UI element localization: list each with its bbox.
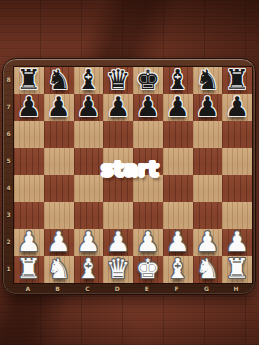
piece-white-rook[interactable]: ♜ bbox=[225, 255, 249, 282]
square-b7[interactable]: ♟ bbox=[44, 94, 74, 121]
square-d2[interactable]: ♟ bbox=[103, 229, 133, 256]
square-a3[interactable] bbox=[14, 202, 44, 229]
piece-black-knight[interactable]: ♞ bbox=[47, 66, 71, 93]
piece-black-rook[interactable]: ♜ bbox=[17, 66, 41, 93]
square-c6[interactable] bbox=[74, 121, 104, 148]
square-a7[interactable]: ♟ bbox=[14, 94, 44, 121]
piece-white-knight[interactable]: ♞ bbox=[47, 255, 71, 282]
square-e8[interactable]: ♚ bbox=[133, 67, 163, 94]
square-g8[interactable]: ♞ bbox=[193, 67, 223, 94]
square-c1[interactable]: ♝ bbox=[74, 256, 104, 283]
square-g1[interactable]: ♞ bbox=[193, 256, 223, 283]
square-c8[interactable]: ♝ bbox=[74, 67, 104, 94]
piece-white-pawn[interactable]: ♟ bbox=[225, 228, 249, 255]
piece-black-king[interactable]: ♚ bbox=[136, 66, 160, 93]
file-label-d: D bbox=[102, 282, 132, 295]
piece-white-pawn[interactable]: ♟ bbox=[17, 228, 41, 255]
piece-white-pawn[interactable]: ♟ bbox=[166, 228, 190, 255]
piece-white-knight[interactable]: ♞ bbox=[195, 255, 219, 282]
square-e7[interactable]: ♟ bbox=[133, 94, 163, 121]
square-h6[interactable] bbox=[222, 121, 252, 148]
piece-white-bishop[interactable]: ♝ bbox=[166, 255, 190, 282]
square-e6[interactable] bbox=[133, 121, 163, 148]
square-f6[interactable] bbox=[163, 121, 193, 148]
square-h1[interactable]: ♜ bbox=[222, 256, 252, 283]
square-b2[interactable]: ♟ bbox=[44, 229, 74, 256]
square-h8[interactable]: ♜ bbox=[222, 67, 252, 94]
piece-black-queen[interactable]: ♛ bbox=[106, 66, 130, 93]
square-h3[interactable] bbox=[222, 202, 252, 229]
square-d3[interactable] bbox=[103, 202, 133, 229]
square-c7[interactable]: ♟ bbox=[74, 94, 104, 121]
square-a8[interactable]: ♜ bbox=[14, 67, 44, 94]
square-b3[interactable] bbox=[44, 202, 74, 229]
square-c3[interactable] bbox=[74, 202, 104, 229]
rank-label-2: 2 bbox=[4, 228, 13, 255]
piece-white-pawn[interactable]: ♟ bbox=[195, 228, 219, 255]
piece-white-pawn[interactable]: ♟ bbox=[136, 228, 160, 255]
square-f8[interactable]: ♝ bbox=[163, 67, 193, 94]
square-f3[interactable] bbox=[163, 202, 193, 229]
piece-white-queen[interactable]: ♛ bbox=[106, 255, 130, 282]
piece-black-pawn[interactable]: ♟ bbox=[47, 93, 71, 120]
file-label-c: C bbox=[73, 282, 103, 295]
square-f2[interactable]: ♟ bbox=[163, 229, 193, 256]
piece-black-pawn[interactable]: ♟ bbox=[225, 93, 249, 120]
rank-label-6: 6 bbox=[4, 120, 13, 147]
piece-black-pawn[interactable]: ♟ bbox=[76, 93, 100, 120]
file-label-b: B bbox=[43, 282, 73, 295]
square-f1[interactable]: ♝ bbox=[163, 256, 193, 283]
rank-label-3: 3 bbox=[4, 201, 13, 228]
piece-white-pawn[interactable]: ♟ bbox=[76, 228, 100, 255]
piece-black-knight[interactable]: ♞ bbox=[195, 66, 219, 93]
square-h2[interactable]: ♟ bbox=[222, 229, 252, 256]
table-background: 87654321 ♜♞♝♛♚♝♞♜♟♟♟♟♟♟♟♟♟♟♟♟♟♟♟♟♜♞♝♛♚♝♞… bbox=[0, 0, 259, 345]
square-b8[interactable]: ♞ bbox=[44, 67, 74, 94]
square-d7[interactable]: ♟ bbox=[103, 94, 133, 121]
piece-black-bishop[interactable]: ♝ bbox=[76, 66, 100, 93]
file-labels: ABCDEFGH bbox=[13, 282, 251, 295]
square-g6[interactable] bbox=[193, 121, 223, 148]
start-button[interactable]: start bbox=[0, 156, 259, 181]
square-h7[interactable]: ♟ bbox=[222, 94, 252, 121]
square-d1[interactable]: ♛ bbox=[103, 256, 133, 283]
piece-black-pawn[interactable]: ♟ bbox=[195, 93, 219, 120]
rank-label-8: 8 bbox=[4, 66, 13, 93]
square-e2[interactable]: ♟ bbox=[133, 229, 163, 256]
piece-white-pawn[interactable]: ♟ bbox=[47, 228, 71, 255]
piece-white-rook[interactable]: ♜ bbox=[17, 255, 41, 282]
square-a6[interactable] bbox=[14, 121, 44, 148]
square-d6[interactable] bbox=[103, 121, 133, 148]
square-g7[interactable]: ♟ bbox=[193, 94, 223, 121]
square-f7[interactable]: ♟ bbox=[163, 94, 193, 121]
file-label-e: E bbox=[132, 282, 162, 295]
file-label-g: G bbox=[192, 282, 222, 295]
square-a1[interactable]: ♜ bbox=[14, 256, 44, 283]
square-e1[interactable]: ♚ bbox=[133, 256, 163, 283]
file-label-f: F bbox=[162, 282, 192, 295]
file-label-a: A bbox=[13, 282, 43, 295]
piece-white-pawn[interactable]: ♟ bbox=[106, 228, 130, 255]
square-a2[interactable]: ♟ bbox=[14, 229, 44, 256]
square-g3[interactable] bbox=[193, 202, 223, 229]
rank-label-1: 1 bbox=[4, 255, 13, 282]
piece-black-pawn[interactable]: ♟ bbox=[166, 93, 190, 120]
file-label-h: H bbox=[221, 282, 251, 295]
square-c2[interactable]: ♟ bbox=[74, 229, 104, 256]
piece-white-bishop[interactable]: ♝ bbox=[76, 255, 100, 282]
rank-label-7: 7 bbox=[4, 93, 13, 120]
piece-white-king[interactable]: ♚ bbox=[136, 255, 160, 282]
piece-black-bishop[interactable]: ♝ bbox=[166, 66, 190, 93]
piece-black-pawn[interactable]: ♟ bbox=[17, 93, 41, 120]
square-b6[interactable] bbox=[44, 121, 74, 148]
square-g2[interactable]: ♟ bbox=[193, 229, 223, 256]
piece-black-pawn[interactable]: ♟ bbox=[106, 93, 130, 120]
square-b1[interactable]: ♞ bbox=[44, 256, 74, 283]
square-e3[interactable] bbox=[133, 202, 163, 229]
piece-black-rook[interactable]: ♜ bbox=[225, 66, 249, 93]
piece-black-pawn[interactable]: ♟ bbox=[136, 93, 160, 120]
square-d8[interactable]: ♛ bbox=[103, 67, 133, 94]
